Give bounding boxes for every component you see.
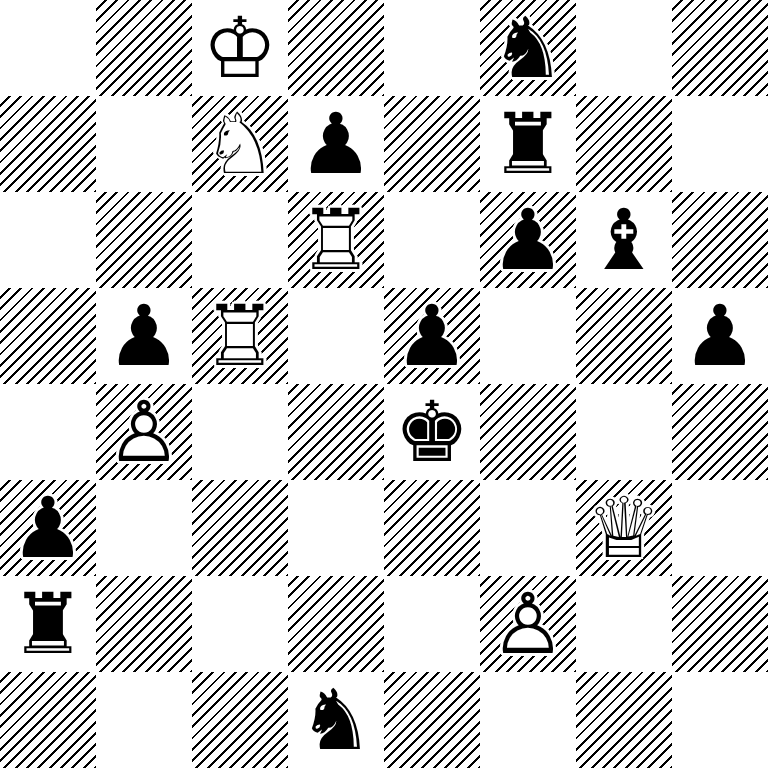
square-c1[interactable] [192,672,288,768]
square-h6[interactable] [672,192,768,288]
white-rook-c5: ♖ [192,288,288,384]
square-d4[interactable] [288,384,384,480]
square-c3[interactable] [192,480,288,576]
square-h1[interactable] [672,672,768,768]
square-e5[interactable]: ♟♟ [384,288,480,384]
square-g6[interactable]: ♝♝ [576,192,672,288]
square-d3[interactable] [288,480,384,576]
black-pawn-d7: ♟ [288,96,384,192]
square-a4[interactable] [0,384,96,480]
square-e8[interactable] [384,0,480,96]
square-a8[interactable] [0,0,96,96]
square-f3[interactable] [480,480,576,576]
square-a5[interactable] [0,288,96,384]
square-h3[interactable] [672,480,768,576]
square-b3[interactable] [96,480,192,576]
square-a2[interactable]: ♜♜ [0,576,96,672]
square-b1[interactable] [96,672,192,768]
square-h5[interactable]: ♟♟ [672,288,768,384]
square-e3[interactable] [384,480,480,576]
square-g7[interactable] [576,96,672,192]
square-a1[interactable] [0,672,96,768]
square-g4[interactable] [576,384,672,480]
square-g1[interactable] [576,672,672,768]
square-e4[interactable]: ♚♚ [384,384,480,480]
square-b8[interactable] [96,0,192,96]
square-f1[interactable] [480,672,576,768]
square-c7[interactable]: ♞♘ [192,96,288,192]
square-g8[interactable] [576,0,672,96]
square-g5[interactable] [576,288,672,384]
square-h7[interactable] [672,96,768,192]
black-pawn-a3: ♟ [0,480,96,576]
square-b5[interactable]: ♟♟ [96,288,192,384]
square-b4[interactable]: ♟♙ [96,384,192,480]
square-d6[interactable]: ♜♖ [288,192,384,288]
square-c2[interactable] [192,576,288,672]
black-rook-a2: ♜ [0,576,96,672]
black-pawn-b5: ♟ [96,288,192,384]
square-c8[interactable]: ♚♔ [192,0,288,96]
square-c6[interactable] [192,192,288,288]
white-pawn-f2: ♙ [480,576,576,672]
white-pawn-b4: ♙ [96,384,192,480]
square-h2[interactable] [672,576,768,672]
chess-board: ♚♔♞♞♞♘♟♟♜♜♜♖♟♟♝♝♟♟♜♖♟♟♟♟♟♙♚♚♟♟♛♕♜♜♟♙♞♞ [0,0,768,768]
white-rook-d6: ♖ [288,192,384,288]
square-g2[interactable] [576,576,672,672]
square-e6[interactable] [384,192,480,288]
square-b7[interactable] [96,96,192,192]
black-pawn-h5: ♟ [672,288,768,384]
black-pawn-e5: ♟ [384,288,480,384]
square-d8[interactable] [288,0,384,96]
square-d2[interactable] [288,576,384,672]
black-pawn-f6: ♟ [480,192,576,288]
white-knight-c7: ♘ [192,96,288,192]
square-a3[interactable]: ♟♟ [0,480,96,576]
square-a7[interactable] [0,96,96,192]
square-e2[interactable] [384,576,480,672]
black-bishop-g6: ♝ [576,192,672,288]
square-f7[interactable]: ♜♜ [480,96,576,192]
square-c5[interactable]: ♜♖ [192,288,288,384]
square-f6[interactable]: ♟♟ [480,192,576,288]
square-d1[interactable]: ♞♞ [288,672,384,768]
square-b6[interactable] [96,192,192,288]
square-d5[interactable] [288,288,384,384]
black-knight-d1: ♞ [288,672,384,768]
square-f4[interactable] [480,384,576,480]
white-queen-g3: ♕ [576,480,672,576]
square-e7[interactable] [384,96,480,192]
square-f2[interactable]: ♟♙ [480,576,576,672]
square-g3[interactable]: ♛♕ [576,480,672,576]
white-king-c8: ♔ [192,0,288,96]
square-h8[interactable] [672,0,768,96]
square-a6[interactable] [0,192,96,288]
black-king-e4: ♚ [384,384,480,480]
square-h4[interactable] [672,384,768,480]
square-f8[interactable]: ♞♞ [480,0,576,96]
black-knight-f8: ♞ [480,0,576,96]
square-f5[interactable] [480,288,576,384]
square-b2[interactable] [96,576,192,672]
black-rook-f7: ♜ [480,96,576,192]
square-d7[interactable]: ♟♟ [288,96,384,192]
square-e1[interactable] [384,672,480,768]
square-c4[interactable] [192,384,288,480]
